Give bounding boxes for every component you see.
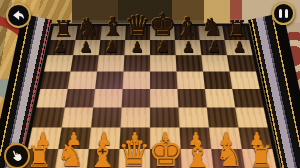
square-d4[interactable]	[122, 89, 150, 108]
square-c3[interactable]	[91, 107, 122, 127]
piece-black-pawn-d7[interactable]: ♟	[131, 40, 144, 55]
piece-white-rook-h1[interactable]: ♜	[248, 143, 274, 168]
game-screen: ♜♞♝♛♚♝♞♜♟♟♟♟♟♟♟♟♟♟♟♟♟♟♟♟♜♞♝♛♚♝♞♜	[0, 0, 300, 168]
square-g3[interactable]	[207, 107, 239, 127]
square-e4[interactable]	[150, 89, 178, 108]
square-a6[interactable]	[44, 55, 73, 71]
back-button[interactable]	[6, 3, 31, 28]
square-c6[interactable]	[97, 55, 124, 71]
piece-black-bishop-f8[interactable]: ♝	[175, 14, 199, 41]
piece-black-rook-a8[interactable]: ♜	[53, 17, 73, 40]
piece-white-queen-d1[interactable]: ♛	[118, 135, 151, 168]
square-b4[interactable]	[65, 89, 95, 108]
square-e5[interactable]	[150, 72, 177, 89]
back-arrow-icon	[11, 8, 26, 23]
hand-button[interactable]	[4, 143, 30, 168]
piece-white-bishop-c1[interactable]: ♝	[87, 138, 118, 168]
square-g5[interactable]	[203, 72, 232, 89]
pause-button[interactable]	[272, 2, 295, 25]
square-b3[interactable]	[62, 107, 94, 127]
square-e6[interactable]	[150, 55, 177, 71]
square-e3[interactable]	[150, 107, 179, 127]
piece-white-king-e1[interactable]: ♚	[148, 133, 183, 168]
square-d5[interactable]	[123, 72, 150, 89]
piece-black-pawn-c7[interactable]: ♟	[105, 40, 118, 55]
square-h4[interactable]	[232, 89, 263, 108]
piece-black-bishop-c8[interactable]: ♝	[101, 14, 125, 41]
square-a5[interactable]	[40, 72, 70, 89]
square-a4[interactable]	[36, 89, 67, 108]
piece-black-queen-d8[interactable]: ♛	[125, 12, 151, 41]
square-f4[interactable]	[177, 89, 206, 108]
piece-black-pawn-e7[interactable]: ♟	[156, 40, 169, 55]
piece-white-bishop-f1[interactable]: ♝	[182, 138, 213, 168]
piece-white-knight-b1[interactable]: ♞	[56, 140, 84, 168]
pause-icon	[279, 9, 288, 18]
square-f6[interactable]	[176, 55, 203, 71]
hand-gesture-icon	[7, 146, 28, 167]
square-a3[interactable]	[32, 107, 65, 127]
square-d3[interactable]	[121, 107, 150, 127]
piece-white-knight-g1[interactable]: ♞	[215, 140, 243, 168]
square-g6[interactable]	[201, 55, 229, 71]
square-b6[interactable]	[70, 55, 98, 71]
square-h6[interactable]	[227, 55, 256, 71]
square-c5[interactable]	[95, 72, 123, 89]
piece-black-pawn-f7[interactable]: ♟	[182, 40, 195, 55]
piece-black-pawn-b7[interactable]: ♟	[79, 40, 92, 55]
piece-black-pawn-g7[interactable]: ♟	[207, 40, 220, 55]
piece-black-pawn-a7[interactable]: ♟	[54, 40, 67, 55]
square-f3[interactable]	[178, 107, 209, 127]
square-h5[interactable]	[230, 72, 260, 89]
piece-black-rook-h8[interactable]: ♜	[227, 17, 247, 40]
piece-black-knight-b8[interactable]: ♞	[77, 15, 99, 40]
square-c4[interactable]	[93, 89, 122, 108]
piece-black-knight-g8[interactable]: ♞	[201, 15, 223, 40]
square-f5[interactable]	[177, 72, 205, 89]
square-d6[interactable]	[123, 55, 150, 71]
piece-black-pawn-h7[interactable]: ♟	[233, 40, 246, 55]
square-g4[interactable]	[205, 89, 235, 108]
piece-black-king-e8[interactable]: ♚	[148, 10, 176, 41]
square-b5[interactable]	[68, 72, 97, 89]
square-h3[interactable]	[235, 107, 268, 127]
